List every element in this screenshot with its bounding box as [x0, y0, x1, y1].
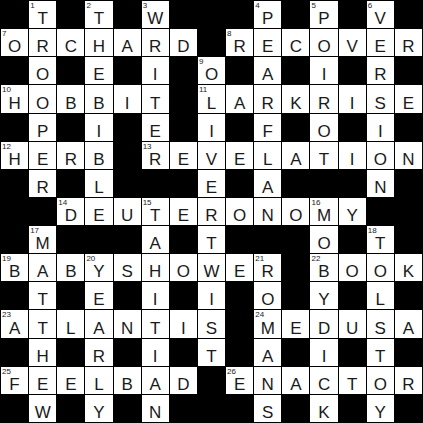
black-cell	[170, 395, 197, 422]
cell-letter: S	[121, 263, 132, 281]
black-cell	[170, 226, 197, 253]
cell-letter: A	[290, 151, 301, 169]
clue-number: 3	[143, 1, 147, 10]
grid-cell[interactable]: 11L	[198, 85, 225, 112]
grid-cell[interactable]: V	[198, 142, 225, 169]
cell-letter: O	[205, 66, 218, 84]
cell-letter: K	[318, 404, 329, 422]
grid-cell[interactable]: B	[57, 85, 84, 112]
clue-number: 17	[30, 226, 39, 235]
black-cell	[339, 170, 366, 197]
grid-cell[interactable]: H	[85, 29, 112, 56]
cell-letter: F	[9, 376, 19, 394]
cell-letter: I	[209, 291, 214, 309]
grid-cell[interactable]: L	[254, 142, 281, 169]
grid-cell[interactable]: D	[310, 310, 337, 337]
grid-cell[interactable]: Y	[85, 395, 112, 422]
black-cell	[282, 254, 309, 281]
cell-letter: E	[234, 151, 245, 169]
grid-cell[interactable]: B	[85, 85, 112, 112]
grid-cell[interactable]: A	[226, 85, 253, 112]
grid-cell[interactable]: I	[85, 114, 112, 141]
black-cell	[395, 282, 422, 309]
cell-letter: E	[234, 263, 245, 281]
black-cell	[395, 198, 422, 225]
grid-cell[interactable]: R	[310, 85, 337, 112]
grid-cell[interactable]: N	[254, 198, 281, 225]
grid-cell[interactable]: E	[85, 57, 112, 84]
clue-number: 24	[255, 310, 264, 319]
grid-cell[interactable]: V	[339, 29, 366, 56]
grid-cell[interactable]: S	[114, 254, 141, 281]
grid-cell[interactable]: I	[339, 142, 366, 169]
cell-letter: R	[262, 95, 274, 113]
cell-letter: W	[147, 10, 163, 28]
black-cell	[226, 57, 253, 84]
cell-letter: O	[36, 95, 49, 113]
black-cell	[226, 170, 253, 197]
cell-letter: A	[262, 66, 273, 84]
grid-cell[interactable]: N	[142, 395, 169, 422]
grid-cell[interactable]: T	[198, 339, 225, 366]
black-cell	[339, 57, 366, 84]
grid-cell[interactable]: T	[367, 339, 394, 366]
grid-cell[interactable]: A	[282, 367, 309, 394]
grid-cell[interactable]: H	[142, 254, 169, 281]
grid-cell[interactable]: K	[395, 254, 422, 281]
cell-letter: T	[206, 235, 216, 253]
black-cell	[57, 395, 84, 422]
black-cell	[282, 1, 309, 28]
grid-cell[interactable]: T	[142, 310, 169, 337]
black-cell	[395, 1, 422, 28]
black-cell	[282, 57, 309, 84]
cell-letter: E	[290, 320, 301, 338]
cell-letter: B	[65, 263, 76, 281]
grid-cell[interactable]: 25F	[1, 367, 28, 394]
grid-cell[interactable]: A	[254, 57, 281, 84]
grid-cell[interactable]: E	[142, 114, 169, 141]
grid-cell[interactable]: O	[367, 367, 394, 394]
cell-letter: U	[346, 320, 358, 338]
grid-cell[interactable]: 17M	[29, 226, 56, 253]
grid-cell[interactable]: N	[395, 142, 422, 169]
cell-letter: E	[150, 123, 161, 141]
black-cell	[114, 170, 141, 197]
grid-cell[interactable]: O	[367, 254, 394, 281]
cell-letter: D	[318, 320, 330, 338]
clue-number: 8	[227, 29, 231, 38]
cell-letter: S	[262, 404, 273, 422]
cell-letter: T	[150, 320, 160, 338]
cell-letter: H	[37, 348, 49, 366]
clue-number: 25	[2, 367, 11, 376]
cell-letter: T	[319, 151, 329, 169]
grid-cell[interactable]: 23A	[1, 310, 28, 337]
grid-cell[interactable]: T	[142, 85, 169, 112]
cell-letter: R	[262, 263, 274, 281]
grid-cell[interactable]: T	[339, 367, 366, 394]
cell-letter: S	[375, 95, 386, 113]
grid-cell[interactable]: 19B	[1, 254, 28, 281]
grid-cell[interactable]: A	[254, 339, 281, 366]
clue-number: 11	[199, 85, 207, 94]
grid-cell[interactable]: S	[367, 85, 394, 112]
grid-cell[interactable]: L	[85, 367, 112, 394]
grid-cell[interactable]: Y	[339, 198, 366, 225]
grid-cell[interactable]: R	[367, 57, 394, 84]
black-cell	[57, 170, 84, 197]
grid-cell[interactable]: P	[29, 114, 56, 141]
grid-cell[interactable]: N	[254, 367, 281, 394]
grid-cell[interactable]: I	[142, 339, 169, 366]
grid-cell[interactable]: L	[57, 310, 84, 337]
black-cell	[395, 339, 422, 366]
black-cell	[1, 395, 28, 422]
grid-cell[interactable]: E	[282, 310, 309, 337]
black-cell	[170, 1, 197, 28]
black-cell	[170, 170, 197, 197]
clue-number: 6	[368, 1, 372, 10]
black-cell	[198, 395, 225, 422]
clue-number: 9	[199, 57, 203, 66]
grid-cell[interactable]: Y	[310, 282, 337, 309]
black-cell	[142, 170, 169, 197]
cell-letter: L	[94, 179, 103, 197]
grid-cell[interactable]: U	[114, 198, 141, 225]
cell-letter: M	[317, 207, 331, 225]
cell-letter: E	[178, 207, 189, 225]
black-cell	[339, 282, 366, 309]
grid-cell[interactable]: 12H	[1, 142, 28, 169]
grid-cell[interactable]: I	[114, 85, 141, 112]
grid-cell[interactable]: L	[85, 170, 112, 197]
grid-cell[interactable]: W	[29, 395, 56, 422]
cell-letter: E	[403, 95, 414, 113]
grid-cell[interactable]: C	[57, 29, 84, 56]
grid-cell[interactable]: A	[142, 226, 169, 253]
black-cell	[282, 395, 309, 422]
cell-letter: V	[206, 151, 217, 169]
grid-cell[interactable]: E	[367, 29, 394, 56]
cell-letter: O	[261, 291, 274, 309]
black-cell	[282, 339, 309, 366]
cell-letter: E	[37, 376, 48, 394]
cell-letter: I	[322, 66, 327, 84]
clue-number: 15	[143, 198, 152, 207]
grid-cell[interactable]: S	[367, 310, 394, 337]
cell-letter: N	[121, 320, 133, 338]
grid-cell[interactable]: R	[85, 339, 112, 366]
grid-cell[interactable]: I	[198, 282, 225, 309]
grid-cell[interactable]: 10H	[1, 85, 28, 112]
cell-letter: I	[350, 95, 355, 113]
grid-cell[interactable]: R	[142, 29, 169, 56]
black-cell	[254, 226, 281, 253]
cell-letter: O	[374, 263, 387, 281]
cell-letter: L	[94, 376, 103, 394]
black-cell	[1, 114, 28, 141]
grid-cell[interactable]: R	[198, 198, 225, 225]
cell-letter: E	[262, 38, 273, 56]
cell-letter: T	[38, 10, 48, 28]
cell-letter: O	[36, 66, 49, 84]
grid-cell[interactable]: 2T	[85, 1, 112, 28]
cell-letter: P	[262, 10, 273, 28]
cell-letter: Y	[318, 291, 329, 309]
grid-cell[interactable]: I	[198, 114, 225, 141]
black-cell	[114, 339, 141, 366]
cell-letter: A	[93, 320, 104, 338]
grid-cell[interactable]: F	[254, 114, 281, 141]
grid-cell[interactable]: S	[198, 310, 225, 337]
black-cell	[226, 226, 253, 253]
black-cell	[226, 310, 253, 337]
cell-letter: S	[206, 320, 217, 338]
grid-cell[interactable]: E	[198, 170, 225, 197]
cell-letter: E	[375, 38, 386, 56]
grid-cell[interactable]: 24M	[254, 310, 281, 337]
grid-cell[interactable]: K	[310, 395, 337, 422]
black-cell	[226, 114, 253, 141]
cell-letter: O	[317, 235, 330, 253]
cell-letter: T	[206, 348, 216, 366]
cell-letter: I	[322, 348, 327, 366]
cell-letter: R	[318, 95, 330, 113]
grid-cell[interactable]: 15T	[142, 198, 169, 225]
grid-cell[interactable]: O	[282, 198, 309, 225]
grid-cell[interactable]: W	[198, 254, 225, 281]
grid-cell[interactable]: E	[395, 85, 422, 112]
cell-letter: A	[121, 38, 132, 56]
grid-cell[interactable]: A	[85, 310, 112, 337]
grid-cell[interactable]: A	[142, 367, 169, 394]
grid-cell[interactable]: I	[310, 339, 337, 366]
clue-number: 13	[143, 142, 152, 151]
cell-letter: H	[93, 38, 105, 56]
clue-number: 21	[255, 254, 264, 263]
grid-cell[interactable]: S	[254, 395, 281, 422]
cell-letter: I	[125, 95, 130, 113]
cell-letter: A	[262, 348, 273, 366]
cell-letter: B	[93, 95, 104, 113]
grid-cell[interactable]: 4P	[254, 1, 281, 28]
cell-letter: A	[262, 179, 273, 197]
cell-letter: T	[375, 235, 385, 253]
cell-letter: H	[8, 95, 20, 113]
grid-cell[interactable]: T	[29, 310, 56, 337]
black-cell	[198, 1, 225, 28]
black-cell	[226, 282, 253, 309]
black-cell	[85, 226, 112, 253]
black-cell	[170, 282, 197, 309]
grid-cell[interactable]: E	[85, 282, 112, 309]
black-cell	[226, 1, 253, 28]
grid-cell[interactable]: I	[367, 114, 394, 141]
cell-letter: I	[378, 123, 383, 141]
grid-cell[interactable]: 20Y	[85, 254, 112, 281]
cell-letter: V	[346, 38, 357, 56]
cell-letter: I	[350, 151, 355, 169]
black-cell	[114, 114, 141, 141]
cell-letter: K	[290, 95, 301, 113]
grid-cell[interactable]: C	[282, 29, 309, 56]
clue-number: 20	[86, 254, 95, 263]
grid-cell[interactable]: T	[198, 226, 225, 253]
cell-letter: R	[374, 66, 386, 84]
grid-cell[interactable]: 1T	[29, 1, 56, 28]
grid-cell[interactable]: O	[226, 198, 253, 225]
grid-cell[interactable]: N	[114, 310, 141, 337]
cell-letter: R	[402, 38, 414, 56]
grid-cell[interactable]: E	[226, 254, 253, 281]
grid-cell[interactable]: 16M	[310, 198, 337, 225]
grid-cell[interactable]: B	[57, 254, 84, 281]
cell-letter: R	[93, 348, 105, 366]
grid-cell[interactable]: D	[170, 29, 197, 56]
grid-cell[interactable]: 6V	[367, 1, 394, 28]
grid-cell[interactable]: O	[367, 142, 394, 169]
grid-cell[interactable]: A	[254, 170, 281, 197]
grid-cell[interactable]: D	[170, 367, 197, 394]
black-cell	[310, 170, 337, 197]
black-cell	[170, 339, 197, 366]
black-cell	[170, 114, 197, 141]
black-cell	[114, 395, 141, 422]
grid-cell[interactable]: 5P	[310, 1, 337, 28]
clue-number: 23	[2, 310, 11, 319]
grid-cell[interactable]: I	[170, 310, 197, 337]
cell-letter: Y	[375, 404, 386, 422]
cell-letter: H	[8, 151, 20, 169]
grid-cell[interactable]: A	[29, 254, 56, 281]
grid-cell[interactable]: R	[29, 170, 56, 197]
grid-cell[interactable]: 14D	[57, 198, 84, 225]
grid-cell[interactable]: 18T	[367, 226, 394, 253]
grid-cell[interactable]: O	[254, 282, 281, 309]
grid-cell[interactable]: 9O	[198, 57, 225, 84]
grid-cell[interactable]: 22B	[310, 254, 337, 281]
cell-letter: I	[153, 66, 158, 84]
grid-cell[interactable]: A	[395, 310, 422, 337]
grid-cell[interactable]: 26E	[226, 367, 253, 394]
cell-letter: B	[318, 263, 329, 281]
black-cell	[339, 114, 366, 141]
grid-cell[interactable]: I	[142, 57, 169, 84]
cell-letter: R	[149, 151, 161, 169]
cell-letter: D	[65, 207, 77, 225]
grid-cell[interactable]: 3W	[142, 1, 169, 28]
grid-cell[interactable]: O	[310, 29, 337, 56]
black-cell	[339, 1, 366, 28]
grid-cell[interactable]: A	[114, 29, 141, 56]
grid-cell[interactable]: B	[85, 142, 112, 169]
grid-cell[interactable]: R	[395, 29, 422, 56]
black-cell	[282, 114, 309, 141]
grid-cell[interactable]: 21R	[254, 254, 281, 281]
grid-cell[interactable]: E	[226, 142, 253, 169]
cell-letter: W	[35, 404, 51, 422]
grid-cell[interactable]: R	[395, 367, 422, 394]
grid-cell[interactable]: E	[170, 198, 197, 225]
grid-cell[interactable]: O	[29, 85, 56, 112]
grid-cell[interactable]: E	[254, 29, 281, 56]
black-cell	[57, 339, 84, 366]
cell-letter: E	[206, 179, 217, 197]
cell-letter: C	[65, 38, 77, 56]
black-cell	[339, 339, 366, 366]
clue-number: 12	[2, 142, 11, 151]
cell-letter: L	[66, 320, 75, 338]
grid-cell[interactable]: R	[57, 142, 84, 169]
cell-letter: Y	[346, 207, 357, 225]
cell-letter: L	[207, 95, 216, 113]
cell-letter: D	[177, 376, 189, 394]
grid-cell[interactable]: 7O	[1, 29, 28, 56]
cell-letter: I	[209, 123, 214, 141]
grid-cell[interactable]: K	[282, 85, 309, 112]
cell-letter: O	[346, 263, 359, 281]
grid-cell[interactable]: 13R	[142, 142, 169, 169]
grid-cell[interactable]: E	[170, 142, 197, 169]
cell-letter: T	[38, 320, 48, 338]
cell-letter: I	[97, 123, 102, 141]
grid-cell[interactable]: O	[310, 226, 337, 253]
grid-cell[interactable]: E	[29, 142, 56, 169]
grid-cell[interactable]: L	[367, 282, 394, 309]
cell-letter: T	[38, 291, 48, 309]
grid-cell[interactable]: R	[254, 85, 281, 112]
cell-letter: Y	[93, 263, 104, 281]
grid-cell[interactable]: T	[310, 142, 337, 169]
grid-cell[interactable]: I	[310, 57, 337, 84]
grid-cell[interactable]: E	[85, 198, 112, 225]
black-cell	[1, 339, 28, 366]
grid-cell[interactable]: U	[339, 310, 366, 337]
grid-cell[interactable]: H	[29, 339, 56, 366]
grid-cell[interactable]: B	[114, 367, 141, 394]
cell-letter: D	[177, 38, 189, 56]
black-cell	[395, 170, 422, 197]
grid-cell[interactable]: O	[29, 57, 56, 84]
cell-letter: E	[93, 66, 104, 84]
grid-cell[interactable]: O	[310, 114, 337, 141]
black-cell	[395, 57, 422, 84]
grid-cell[interactable]: N	[367, 170, 394, 197]
black-cell	[395, 114, 422, 141]
grid-cell[interactable]: T	[29, 282, 56, 309]
grid-cell[interactable]: I	[339, 85, 366, 112]
grid-cell[interactable]: C	[310, 367, 337, 394]
grid-cell[interactable]: O	[339, 254, 366, 281]
cell-letter: L	[376, 291, 385, 309]
grid-cell[interactable]: Y	[367, 395, 394, 422]
black-cell	[226, 395, 253, 422]
grid-cell[interactable]: I	[142, 282, 169, 309]
black-cell	[114, 282, 141, 309]
black-cell	[282, 226, 309, 253]
grid-cell[interactable]: O	[170, 254, 197, 281]
cell-letter: I	[153, 348, 158, 366]
grid-cell[interactable]: E	[57, 367, 84, 394]
grid-cell[interactable]: E	[29, 367, 56, 394]
cell-letter: E	[234, 376, 245, 394]
black-cell	[339, 226, 366, 253]
cell-letter: A	[37, 263, 48, 281]
grid-cell[interactable]: 8R	[226, 29, 253, 56]
grid-cell[interactable]: A	[282, 142, 309, 169]
grid-cell[interactable]: R	[29, 29, 56, 56]
